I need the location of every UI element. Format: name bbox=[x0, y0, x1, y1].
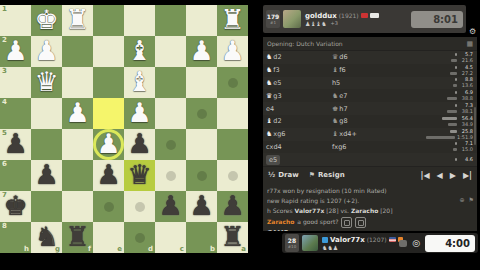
black-figurine-icon: ♞ bbox=[332, 92, 338, 100]
move-times: 5.721.6 bbox=[451, 52, 473, 63]
square-b4[interactable] bbox=[186, 98, 217, 129]
square-c4[interactable] bbox=[155, 98, 186, 129]
time-value: 1:51.9 bbox=[457, 135, 473, 140]
white-king-g1[interactable]: ♚ bbox=[31, 4, 62, 35]
white-move[interactable]: ♞e5 bbox=[266, 79, 332, 87]
opening-explorer-icon[interactable]: ▦ bbox=[466, 40, 473, 48]
square-c3[interactable] bbox=[155, 67, 186, 98]
white-pawn-a2[interactable]: ♟ bbox=[217, 35, 248, 66]
square-b7[interactable]: ♟ bbox=[186, 191, 217, 222]
move-times: 4.527.2 bbox=[450, 65, 473, 76]
square-d6[interactable]: ♛ bbox=[124, 160, 155, 191]
black-figurine-icon: ♝ bbox=[332, 66, 338, 74]
time-value: 27.2 bbox=[459, 71, 473, 76]
black-move[interactable]: ♞g8 bbox=[332, 117, 398, 125]
white-pawn-e5[interactable]: ♟ bbox=[93, 128, 124, 159]
square-d7[interactable] bbox=[124, 191, 155, 222]
move-row-2: ♞f3♝f64.527.2 bbox=[263, 64, 477, 77]
move-san: g3 bbox=[273, 92, 281, 100]
rank-label-8: 8 bbox=[2, 222, 7, 230]
opponent-badge-rank: #1 bbox=[270, 20, 276, 25]
player-rating: (1207) bbox=[367, 236, 387, 244]
time-bar bbox=[455, 158, 457, 161]
time-bar bbox=[453, 148, 457, 151]
black-move[interactable]: h5 bbox=[332, 79, 398, 87]
square-b1[interactable] bbox=[186, 5, 217, 36]
square-h7[interactable]: 7♚ bbox=[0, 191, 31, 222]
move-san: fxg6 bbox=[332, 143, 346, 151]
square-c7[interactable]: ♟ bbox=[155, 191, 186, 222]
opponent-material-advantage: +3 bbox=[331, 20, 338, 27]
add-friend-icon[interactable]: ⊕ bbox=[460, 196, 465, 203]
sport-player-name: Zaracho bbox=[267, 216, 294, 228]
white-figurine-icon: ♞ bbox=[266, 130, 272, 138]
white-figurine-icon: ♞ bbox=[266, 66, 272, 74]
move-row-6: ♝d2♞g856.434.9 bbox=[263, 115, 477, 128]
square-d8[interactable]: d bbox=[124, 222, 155, 253]
white-move[interactable]: cxd4 bbox=[266, 143, 332, 151]
square-h3[interactable]: 3 bbox=[0, 67, 31, 98]
black-pawn-b7[interactable]: ♟ bbox=[186, 190, 217, 221]
black-move[interactable]: ♛d6 bbox=[332, 53, 398, 61]
move-san: h7 bbox=[339, 105, 347, 113]
black-move[interactable]: ♝f6 bbox=[332, 66, 398, 74]
good-sport-line: Zaracho a good sport? bbox=[267, 216, 473, 228]
square-c8[interactable]: c bbox=[155, 222, 186, 253]
panel-scrollbar[interactable] bbox=[474, 107, 476, 145]
time-value: 38.8 bbox=[459, 96, 473, 101]
square-g7[interactable] bbox=[31, 191, 62, 222]
square-f8[interactable]: f♜ bbox=[62, 222, 93, 253]
opponent-clock: 8:01 bbox=[411, 11, 463, 28]
square-h2[interactable]: 2♟ bbox=[0, 36, 31, 67]
time-bar bbox=[455, 66, 457, 69]
time-value: 4.6 bbox=[459, 157, 473, 162]
square-e2[interactable] bbox=[93, 36, 124, 67]
square-e3[interactable] bbox=[93, 67, 124, 98]
player-badge-number: 28 bbox=[288, 237, 296, 244]
opponent-player-bar: 179 #1 golddux (1921) ♟♝♝♞ +3 8:01 bbox=[263, 5, 466, 33]
white-rook-a1[interactable]: ♜ bbox=[217, 4, 248, 35]
square-d2[interactable]: ♝ bbox=[124, 36, 155, 67]
time-value: 15.0 bbox=[459, 147, 473, 152]
square-a8[interactable]: a♜ bbox=[217, 222, 248, 253]
white-pawn-h2[interactable]: ♟ bbox=[0, 35, 31, 66]
resign-flag-icon: ⚑ bbox=[309, 171, 315, 179]
file-label-c: c bbox=[180, 245, 184, 253]
square-e4[interactable] bbox=[93, 98, 124, 129]
opponent-badge-number: 179 bbox=[267, 13, 280, 20]
move-san: e5 bbox=[269, 156, 277, 164]
move-times: 7.115.0 bbox=[453, 141, 473, 152]
square-a1[interactable]: ♜ bbox=[217, 5, 248, 36]
time-bar bbox=[448, 123, 457, 126]
white-bishop-d3[interactable]: ♝ bbox=[124, 66, 155, 97]
time-value: 4.5 bbox=[459, 65, 473, 70]
time-bar bbox=[447, 97, 457, 100]
move-times: 6.938.8 bbox=[447, 90, 473, 101]
rank-label-4: 4 bbox=[2, 98, 7, 106]
white-pawn-d4[interactable]: ♟ bbox=[124, 97, 155, 128]
move-times: 8.813.6 bbox=[453, 77, 473, 88]
time-bar bbox=[455, 53, 457, 56]
nav-last-button[interactable]: ▶| bbox=[463, 171, 472, 180]
time-bar bbox=[451, 59, 457, 62]
black-pawn-a7[interactable]: ♟ bbox=[217, 190, 248, 221]
square-b8[interactable]: b bbox=[186, 222, 217, 253]
legal-move-dot-d7[interactable] bbox=[135, 202, 145, 212]
player-bar: 28 #10 Valor77x (1207) ♞♞♟ ◎ 4:00 bbox=[282, 233, 478, 253]
square-h4[interactable]: 4 bbox=[0, 98, 31, 129]
black-pawn-d5[interactable]: ♟ bbox=[124, 128, 155, 159]
chat-side-icons[interactable]: ⊕ ⚑ bbox=[460, 196, 474, 203]
rank-label-1: 1 bbox=[2, 5, 7, 13]
player-league-badge: 28 #10 bbox=[285, 234, 299, 252]
time-bar bbox=[442, 117, 457, 120]
square-c6[interactable] bbox=[155, 160, 186, 191]
legal-move-dot-c6[interactable] bbox=[166, 171, 176, 181]
chat-score-line: h Scores Valor77x [28] vs. Zaracho [20] bbox=[267, 206, 473, 216]
sport-question: a good sport? bbox=[297, 216, 338, 228]
flag-report-icon[interactable]: ⚑ bbox=[469, 196, 474, 203]
square-d4[interactable]: ♟ bbox=[124, 98, 155, 129]
player-captured-pieces: ♞♞♟ bbox=[322, 244, 338, 251]
thumbs-up-icon[interactable] bbox=[341, 217, 352, 228]
square-h8[interactable]: 8h bbox=[0, 222, 31, 253]
square-c5[interactable] bbox=[155, 129, 186, 160]
opponent-country-flag-icon bbox=[361, 13, 368, 18]
square-d1[interactable] bbox=[124, 5, 155, 36]
move-times: 4.6 bbox=[455, 157, 473, 162]
thumbs-down-icon[interactable] bbox=[355, 217, 366, 228]
player-clock: 4:00 bbox=[425, 235, 475, 252]
square-f6[interactable] bbox=[62, 160, 93, 191]
square-f5[interactable] bbox=[62, 129, 93, 160]
black-figurine-icon: ♞ bbox=[332, 117, 338, 125]
file-label-e: e bbox=[117, 245, 122, 253]
chat-area: r77x won by resignation (10 min Rated) n… bbox=[263, 183, 477, 231]
player-avatar[interactable] bbox=[302, 235, 318, 251]
move-san: f3 bbox=[273, 66, 279, 74]
black-move[interactable]: ♞e7 bbox=[332, 92, 398, 100]
white-move[interactable]: ♞d2 bbox=[266, 53, 332, 61]
time-bar bbox=[453, 84, 457, 87]
time-bar bbox=[450, 130, 457, 133]
file-label-b: b bbox=[210, 245, 215, 253]
time-value: 25.8 bbox=[459, 129, 473, 134]
square-e1[interactable] bbox=[93, 5, 124, 36]
move-san: h5 bbox=[332, 79, 340, 87]
legal-move-dot-c5[interactable] bbox=[166, 140, 176, 150]
opponent-league-badge: 179 #1 bbox=[266, 10, 280, 28]
square-f4[interactable]: ♟ bbox=[62, 98, 93, 129]
legal-move-dot-e7[interactable] bbox=[104, 202, 114, 212]
chat-rating-line: new Rapid rating is 1207 (+2). bbox=[267, 196, 473, 206]
black-queen-d6[interactable]: ♛ bbox=[124, 159, 155, 190]
square-b6[interactable] bbox=[186, 160, 217, 191]
square-e8[interactable]: e bbox=[93, 222, 124, 253]
white-figurine-icon: ♛ bbox=[266, 92, 272, 100]
time-bar bbox=[426, 136, 455, 139]
time-value: 38.1 bbox=[459, 109, 473, 114]
game-controls-row: ½ Draw ⚑ Resign |◀ ◀ ▶ ▶| bbox=[263, 166, 477, 183]
square-g6[interactable]: ♟ bbox=[31, 160, 62, 191]
square-g4[interactable] bbox=[31, 98, 62, 129]
square-a6[interactable] bbox=[217, 160, 248, 191]
move-san: d2 bbox=[273, 53, 281, 61]
file-label-d: d bbox=[148, 245, 153, 253]
move-row-1: ♞d2♛d65.721.6 bbox=[263, 51, 477, 64]
time-bar bbox=[447, 110, 457, 113]
chess-board[interactable]: 1♚♜♜2♟♟♝♟♟3♛♝4♟♟5♟♟♟6♟♟♛7♚♟♟♟8hg♞f♜edcba… bbox=[0, 5, 248, 253]
white-move[interactable]: e4 bbox=[266, 105, 332, 113]
time-bar bbox=[455, 78, 457, 81]
opponent-rating: (1921) bbox=[339, 12, 359, 20]
black-pawn-g6[interactable]: ♟ bbox=[31, 159, 62, 190]
move-times: 7.338.1 bbox=[447, 103, 473, 114]
square-f2[interactable] bbox=[62, 36, 93, 67]
square-c2[interactable] bbox=[155, 36, 186, 67]
square-a5[interactable] bbox=[217, 129, 248, 160]
move-row-5: e4♚h77.338.1 bbox=[263, 102, 477, 115]
legal-move-dot-b4[interactable] bbox=[197, 109, 207, 119]
black-move[interactable]: fxg6 bbox=[332, 143, 398, 151]
resign-button[interactable]: ⚑ Resign bbox=[309, 171, 345, 179]
square-a7[interactable]: ♟ bbox=[217, 191, 248, 222]
square-g5[interactable] bbox=[31, 129, 62, 160]
move-list[interactable]: ♞d2♛d65.721.6♞f3♝f64.527.2♞e5h58.813.6♛g… bbox=[263, 51, 477, 166]
square-g8[interactable]: g♞ bbox=[31, 222, 62, 253]
opponent-captured-pieces: ♟♝♝♞ bbox=[305, 20, 327, 27]
square-h5[interactable]: 5♟ bbox=[0, 129, 31, 160]
chat-bubble-icon[interactable] bbox=[399, 240, 408, 247]
black-rook-f8[interactable]: ♜ bbox=[62, 221, 93, 252]
square-g3[interactable]: ♛ bbox=[31, 67, 62, 98]
black-rook-a8[interactable]: ♜ bbox=[217, 221, 248, 252]
square-e6[interactable]: ♟ bbox=[93, 160, 124, 191]
move-san: e7 bbox=[339, 92, 347, 100]
black-move[interactable]: ♚h7 bbox=[332, 105, 398, 113]
focus-mode-icon[interactable]: ◎ bbox=[412, 239, 420, 248]
move-san: f6 bbox=[339, 66, 345, 74]
white-pawn-g2[interactable]: ♟ bbox=[31, 35, 62, 66]
nav-forward-button[interactable]: ▶ bbox=[450, 171, 456, 180]
white-queen-g3[interactable]: ♛ bbox=[31, 66, 62, 97]
legal-move-dot-a6[interactable] bbox=[228, 171, 238, 181]
square-a3[interactable] bbox=[217, 67, 248, 98]
black-pawn-c7[interactable]: ♟ bbox=[155, 190, 186, 221]
membership-icon bbox=[322, 237, 328, 243]
opponent-username[interactable]: golddux bbox=[305, 12, 337, 20]
chat-result-line: r77x won by resignation (10 min Rated) bbox=[267, 186, 473, 196]
game-side-panel: Opening: Dutch Variation ▦ ♞d2♛d65.721.6… bbox=[263, 37, 477, 231]
white-move[interactable]: ♞xg6 bbox=[266, 130, 332, 138]
move-san: xg6 bbox=[273, 130, 285, 138]
legal-move-dot-a3[interactable] bbox=[228, 78, 238, 88]
rank-label-6: 6 bbox=[2, 160, 7, 168]
legal-move-dot-d8[interactable] bbox=[135, 233, 145, 243]
square-g1[interactable]: ♚ bbox=[31, 5, 62, 36]
black-figurine-icon: ♚ bbox=[332, 105, 338, 113]
square-d5[interactable]: ♟ bbox=[124, 129, 155, 160]
square-h6[interactable]: 6 bbox=[0, 160, 31, 191]
square-f1[interactable]: ♜ bbox=[62, 5, 93, 36]
player-badge-rank: #10 bbox=[288, 244, 296, 249]
square-f3[interactable] bbox=[62, 67, 93, 98]
move-san: e4 bbox=[266, 105, 274, 113]
rank-label-3: 3 bbox=[2, 67, 7, 75]
opening-name: Opening: Dutch Variation bbox=[267, 40, 466, 47]
opponent-flair-icon bbox=[370, 13, 379, 18]
black-pawn-e6[interactable]: ♟ bbox=[93, 159, 124, 190]
white-figurine-icon: ♞ bbox=[266, 79, 272, 87]
move-san: g8 bbox=[339, 117, 347, 125]
move-row-4: ♛g3♞e76.938.8 bbox=[263, 89, 477, 102]
black-move[interactable]: ♝xd4+ bbox=[332, 130, 398, 138]
move-san: d6 bbox=[339, 53, 347, 61]
opponent-avatar[interactable] bbox=[283, 10, 301, 28]
white-rook-f1[interactable]: ♜ bbox=[62, 4, 93, 35]
move-san: d2 bbox=[273, 117, 281, 125]
white-move[interactable]: e5 bbox=[266, 155, 332, 165]
square-a2[interactable]: ♟ bbox=[217, 36, 248, 67]
square-b3[interactable] bbox=[186, 67, 217, 98]
move-times: 25.81:51.9 bbox=[426, 129, 473, 140]
black-king-h7[interactable]: ♚ bbox=[0, 190, 31, 221]
opening-row: Opening: Dutch Variation ▦ bbox=[263, 37, 477, 51]
time-value: 21.6 bbox=[459, 58, 473, 63]
file-label-h: h bbox=[24, 245, 29, 253]
white-move[interactable]: ♞f3 bbox=[266, 66, 332, 74]
square-d3[interactable]: ♝ bbox=[124, 67, 155, 98]
settings-gear-icon[interactable]: ⚙ bbox=[469, 27, 476, 36]
time-bar bbox=[455, 142, 457, 145]
square-e5[interactable]: ♟ bbox=[93, 129, 124, 160]
square-a4[interactable] bbox=[217, 98, 248, 129]
white-pawn-b2[interactable]: ♟ bbox=[186, 35, 217, 66]
legal-move-dot-b6[interactable] bbox=[197, 171, 207, 181]
time-value: 34.9 bbox=[459, 122, 473, 127]
time-bar bbox=[455, 104, 457, 107]
square-f7[interactable] bbox=[62, 191, 93, 222]
white-figurine-icon: ♞ bbox=[266, 53, 272, 61]
move-san: cxd4 bbox=[266, 143, 282, 151]
white-pawn-f4[interactable]: ♟ bbox=[62, 97, 93, 128]
move-row-8: cxd4fxg67.115.0 bbox=[263, 141, 477, 154]
black-figurine-icon: ♛ bbox=[332, 53, 338, 61]
move-times: 56.434.9 bbox=[442, 116, 473, 127]
black-pawn-h5[interactable]: ♟ bbox=[0, 128, 31, 159]
white-figurine-icon: ♝ bbox=[266, 117, 272, 125]
new-game-header: GAME bbox=[267, 228, 473, 231]
draw-icon: ½ bbox=[268, 171, 275, 179]
black-knight-g8[interactable]: ♞ bbox=[31, 221, 62, 252]
player-country-flag-icon bbox=[389, 237, 396, 242]
time-bar bbox=[450, 72, 457, 75]
square-b2[interactable]: ♟ bbox=[186, 36, 217, 67]
time-bar bbox=[455, 91, 457, 94]
move-row-9: e54.6 bbox=[263, 153, 477, 166]
move-row-3: ♞e5h58.813.6 bbox=[263, 77, 477, 90]
draw-button[interactable]: ½ Draw bbox=[268, 171, 299, 179]
nav-back-button[interactable]: ◀ bbox=[437, 171, 443, 180]
nav-first-button[interactable]: |◀ bbox=[421, 171, 430, 180]
square-b5[interactable] bbox=[186, 129, 217, 160]
black-figurine-icon: ♝ bbox=[332, 130, 338, 138]
square-e7[interactable] bbox=[93, 191, 124, 222]
white-move[interactable]: ♝d2 bbox=[266, 117, 332, 125]
player-username[interactable]: Valor77x bbox=[330, 236, 365, 244]
white-bishop-d2[interactable]: ♝ bbox=[124, 35, 155, 66]
move-row-7: ♞xg6♝xd4+25.81:51.9 bbox=[263, 128, 477, 141]
square-g2[interactable]: ♟ bbox=[31, 36, 62, 67]
move-san: e5 bbox=[273, 79, 281, 87]
square-h1[interactable]: 1 bbox=[0, 5, 31, 36]
white-move[interactable]: ♛g3 bbox=[266, 92, 332, 100]
move-nav-controls: |◀ ◀ ▶ ▶| bbox=[421, 171, 472, 180]
move-san: xd4+ bbox=[339, 130, 357, 138]
time-value: 13.6 bbox=[459, 83, 473, 88]
square-c1[interactable] bbox=[155, 5, 186, 36]
